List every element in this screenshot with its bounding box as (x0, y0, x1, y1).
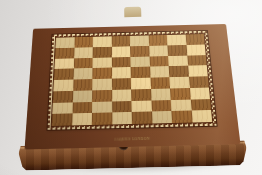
square-g7 (167, 45, 186, 56)
photo-background: JAQUES LONDON (0, 0, 262, 175)
square-e8 (130, 35, 149, 46)
square-e4 (131, 78, 151, 90)
square-h6 (187, 55, 207, 66)
square-c4 (92, 79, 111, 91)
square-e2 (131, 100, 151, 112)
square-h8 (185, 34, 204, 45)
square-g1 (171, 111, 192, 123)
square-f6 (149, 56, 169, 67)
square-g2 (171, 99, 192, 111)
square-a6 (54, 58, 73, 69)
square-b8 (74, 37, 93, 48)
square-e1 (132, 112, 152, 124)
chess-box: JAQUES LONDON (19, 2, 243, 167)
box-lid: JAQUES LONDON (25, 24, 241, 150)
square-b1 (72, 113, 92, 125)
square-f7 (149, 45, 168, 56)
square-f2 (151, 100, 171, 112)
square-g5 (169, 66, 189, 77)
square-b7 (74, 47, 93, 58)
square-c1 (92, 113, 112, 125)
square-a3 (53, 91, 73, 103)
square-a5 (54, 69, 74, 80)
square-b6 (73, 57, 92, 68)
square-h5 (188, 65, 208, 76)
square-b5 (73, 68, 92, 79)
square-g3 (170, 88, 190, 100)
square-f5 (150, 66, 170, 77)
square-d3 (112, 89, 132, 101)
square-e7 (130, 46, 149, 57)
square-d8 (111, 36, 130, 47)
square-c2 (92, 101, 112, 113)
square-b2 (72, 102, 92, 114)
square-e3 (131, 89, 151, 101)
square-h1 (191, 110, 212, 122)
square-a7 (55, 48, 74, 59)
square-h2 (190, 99, 211, 111)
square-b3 (72, 90, 92, 102)
square-c5 (92, 68, 111, 79)
square-c3 (92, 90, 112, 102)
square-h3 (189, 87, 210, 99)
square-d7 (111, 46, 130, 57)
square-e6 (130, 56, 149, 67)
brand-label: JAQUES LONDON (73, 135, 191, 142)
square-d5 (112, 67, 131, 78)
square-g4 (169, 77, 189, 89)
square-c7 (93, 47, 112, 58)
square-g8 (167, 35, 186, 46)
square-g6 (168, 55, 188, 66)
chess-board (51, 33, 214, 127)
square-a1 (52, 114, 72, 126)
square-f4 (150, 77, 170, 89)
square-f8 (148, 35, 167, 46)
square-h7 (186, 44, 206, 55)
hinge-tab (124, 7, 141, 17)
square-d4 (112, 78, 132, 90)
square-c6 (92, 57, 111, 68)
square-c8 (93, 36, 112, 47)
square-a4 (53, 80, 73, 92)
square-e5 (131, 67, 151, 78)
square-f1 (152, 111, 173, 123)
square-a8 (55, 37, 74, 48)
square-d2 (112, 101, 132, 113)
square-f3 (151, 88, 171, 100)
square-b4 (73, 79, 93, 91)
inlay-border (48, 31, 217, 130)
square-d1 (112, 112, 132, 124)
square-a2 (52, 102, 72, 114)
square-h4 (189, 76, 209, 88)
square-d6 (111, 57, 130, 68)
